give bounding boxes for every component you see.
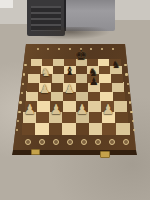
frame-file-medallion-f bbox=[95, 139, 101, 145]
frame-rank-dot-left-7 bbox=[23, 73, 25, 75]
square-h5[interactable] bbox=[112, 82, 125, 91]
chess-board[interactable]: ♟♟♟♟♟♟♞♚♝♞♞♟ bbox=[10, 40, 150, 160]
frame-rank-dot-left-5 bbox=[21, 92, 23, 94]
piece-black-king-e8[interactable]: ♚ bbox=[71, 48, 92, 62]
frame-file-dot-c bbox=[58, 48, 60, 50]
frame-rank-dot-left-2 bbox=[17, 120, 19, 122]
piece-white-pawn-b4[interactable]: ♟ bbox=[36, 84, 53, 96]
piece-white-pawn-g2[interactable]: ♟ bbox=[98, 103, 118, 117]
piece-white-pawn-a2[interactable]: ♟ bbox=[20, 103, 40, 117]
piece-black-knight-h7[interactable]: ♞ bbox=[108, 60, 123, 70]
square-g4[interactable] bbox=[100, 91, 113, 101]
square-b1[interactable] bbox=[35, 123, 49, 135]
wall-corner bbox=[0, 0, 13, 8]
piece-white-pawn-e2[interactable]: ♟ bbox=[72, 103, 92, 117]
frame-file-dot-a bbox=[37, 48, 39, 50]
square-f4[interactable] bbox=[88, 91, 101, 101]
square-h4[interactable] bbox=[113, 91, 126, 101]
frame-file-dot-b bbox=[47, 48, 49, 50]
frame-file-medallion-g bbox=[109, 139, 115, 145]
square-g1[interactable] bbox=[102, 123, 116, 135]
frame-rank-dot-right-8 bbox=[124, 64, 126, 66]
square-a1[interactable] bbox=[22, 123, 36, 135]
frame-rank-dot-left-8 bbox=[24, 64, 26, 66]
frame-file-dot-g bbox=[101, 48, 103, 50]
frame-rank-dot-left-1 bbox=[16, 129, 18, 131]
piece-white-pawn-d4[interactable]: ♟ bbox=[61, 84, 78, 96]
square-f1[interactable] bbox=[89, 123, 103, 135]
frame-file-medallion-e bbox=[81, 139, 87, 145]
frame-rank-dot-right-3 bbox=[130, 111, 132, 113]
frame-file-dot-h bbox=[112, 48, 114, 50]
frame-file-medallion-b bbox=[39, 139, 45, 145]
frame-file-medallion-h bbox=[123, 139, 129, 145]
piece-white-pawn-c2[interactable]: ♟ bbox=[46, 103, 66, 117]
piece-white-knight-b6[interactable]: ♞ bbox=[38, 67, 55, 78]
board-squares: ♟♟♟♟♟♟♞♚♝♞♞♟ bbox=[10, 40, 150, 160]
square-h1[interactable] bbox=[116, 123, 130, 135]
square-e1[interactable] bbox=[76, 123, 90, 135]
square-d1[interactable] bbox=[62, 123, 76, 135]
square-h6[interactable] bbox=[111, 74, 123, 83]
piece-black-pawn-f5[interactable]: ♟ bbox=[86, 76, 102, 87]
hinge-left bbox=[31, 149, 40, 155]
hinge-right bbox=[100, 151, 110, 158]
frame-rank-dot-right-4 bbox=[129, 101, 131, 103]
piece-black-bishop-d6[interactable]: ♝ bbox=[61, 66, 78, 77]
frame-file-medallion-a bbox=[25, 139, 31, 145]
frame-rank-dot-left-6 bbox=[22, 83, 24, 85]
photo-scene: ♟♟♟♟♟♟♞♚♝♞♞♟ bbox=[0, 0, 150, 200]
frame-rank-dot-right-2 bbox=[132, 120, 134, 122]
frame-rank-dot-right-7 bbox=[125, 73, 127, 75]
frame-file-medallion-c bbox=[53, 139, 59, 145]
frame-file-medallion-d bbox=[67, 139, 73, 145]
frame-rank-dot-right-6 bbox=[127, 83, 129, 85]
square-c1[interactable] bbox=[49, 123, 63, 135]
frame-rank-dot-right-5 bbox=[128, 92, 130, 94]
frame-rank-dot-right-1 bbox=[133, 129, 135, 131]
